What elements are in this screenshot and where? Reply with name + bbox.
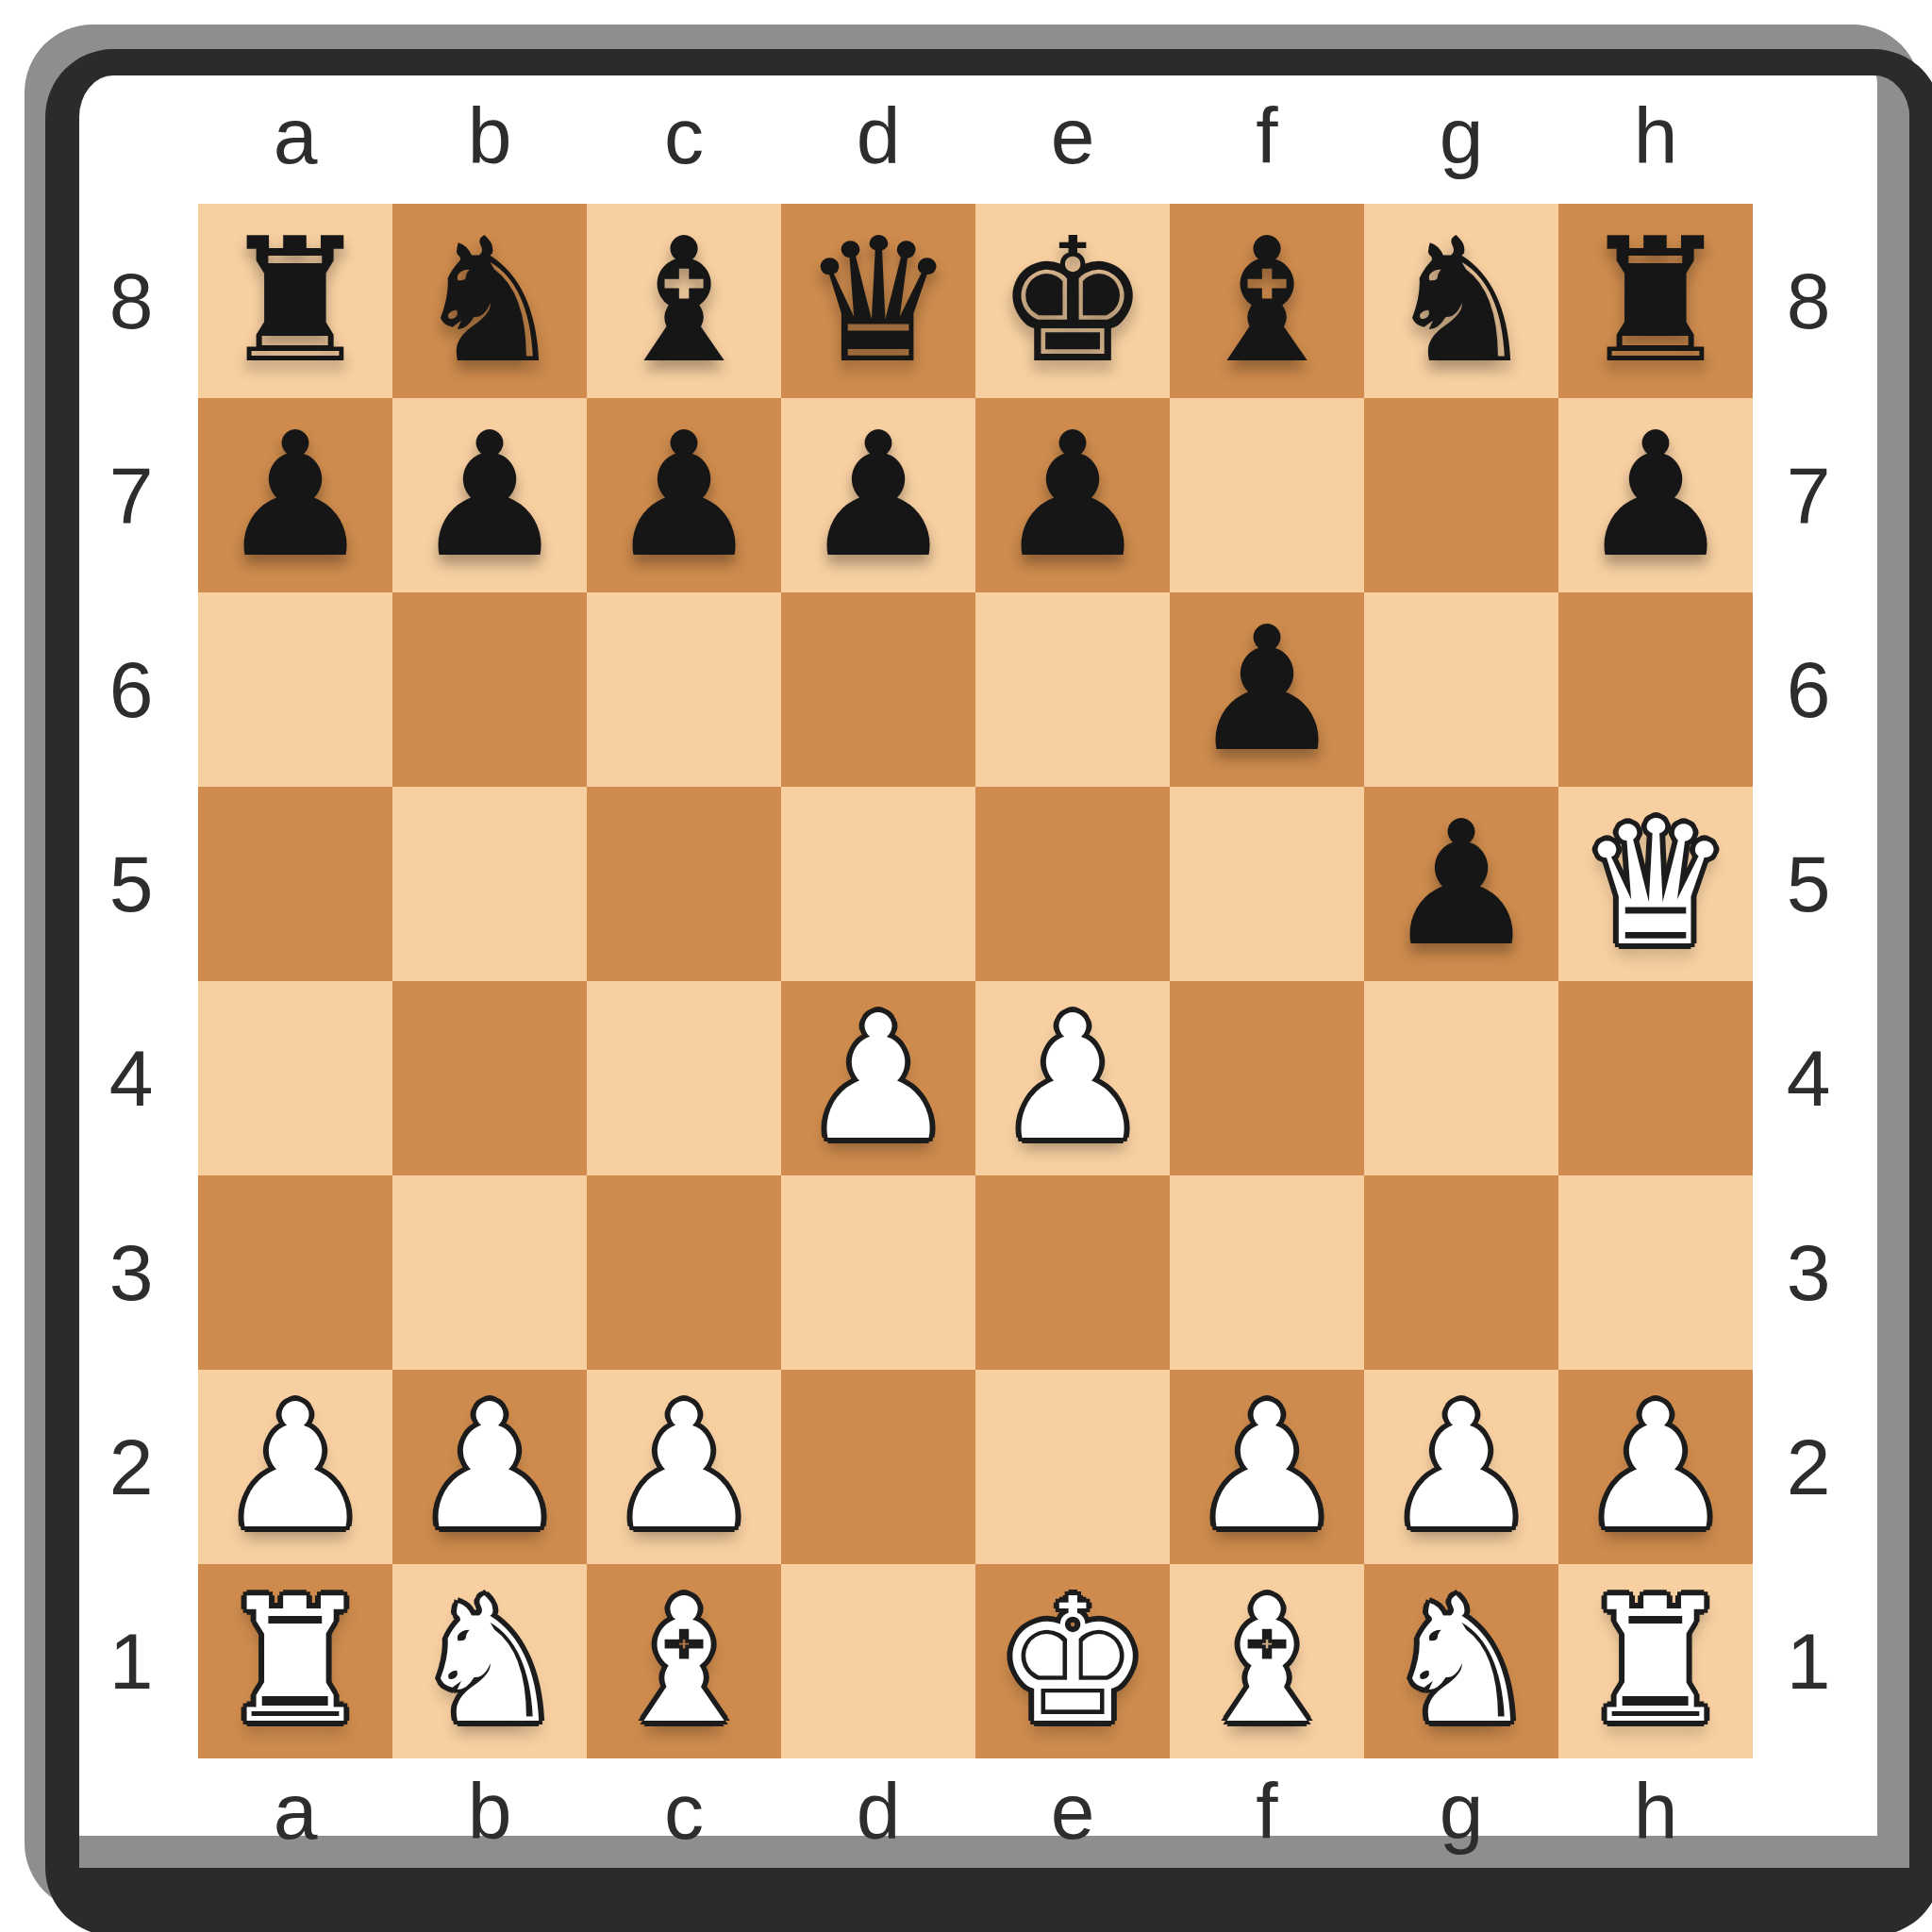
square-d6[interactable]: [781, 592, 975, 787]
file-label-c: c: [587, 1766, 781, 1857]
square-c8[interactable]: ♝: [587, 204, 781, 398]
square-a5[interactable]: [198, 787, 392, 981]
rank-label-3: 3: [79, 1175, 183, 1370]
square-e5[interactable]: [975, 787, 1170, 981]
piece-black-bishop[interactable]: ♝: [607, 215, 760, 387]
file-label-b: b: [392, 1766, 587, 1857]
rank-labels-right: 87654321: [1757, 204, 1860, 1758]
piece-black-pawn[interactable]: ♟: [1578, 409, 1732, 581]
square-f7[interactable]: [1170, 398, 1364, 592]
piece-white-king[interactable]: ♚: [995, 1575, 1149, 1747]
square-g6[interactable]: [1364, 592, 1558, 787]
square-d5[interactable]: [781, 787, 975, 981]
rank-label-7: 7: [79, 398, 183, 592]
rank-label-5: 5: [79, 787, 183, 981]
rank-label-7: 7: [1757, 398, 1860, 592]
piece-white-pawn[interactable]: ♟: [801, 992, 955, 1164]
square-d8[interactable]: ♛: [781, 204, 975, 398]
square-h6[interactable]: [1558, 592, 1753, 787]
piece-black-knight[interactable]: ♞: [412, 215, 566, 387]
square-f8[interactable]: ♝: [1170, 204, 1364, 398]
rank-label-6: 6: [1757, 592, 1860, 787]
square-e1[interactable]: ♚: [975, 1564, 1170, 1758]
file-label-e: e: [975, 91, 1170, 182]
square-a6[interactable]: [198, 592, 392, 787]
file-label-f: f: [1170, 91, 1364, 182]
piece-black-king[interactable]: ♚: [995, 215, 1149, 387]
piece-white-knight[interactable]: ♞: [412, 1575, 566, 1747]
square-g7[interactable]: [1364, 398, 1558, 592]
piece-white-pawn[interactable]: ♟: [412, 1381, 566, 1553]
square-b8[interactable]: ♞: [392, 204, 587, 398]
piece-black-pawn[interactable]: ♟: [218, 409, 372, 581]
rank-label-8: 8: [79, 204, 183, 398]
piece-black-queen[interactable]: ♛: [801, 215, 955, 387]
piece-white-knight[interactable]: ♞: [1384, 1575, 1538, 1747]
piece-black-pawn[interactable]: ♟: [801, 409, 955, 581]
square-g3[interactable]: [1364, 1175, 1558, 1370]
file-label-g: g: [1364, 1766, 1558, 1857]
piece-black-pawn[interactable]: ♟: [1384, 798, 1538, 970]
rank-label-8: 8: [1757, 204, 1860, 398]
piece-black-rook[interactable]: ♜: [218, 215, 372, 387]
square-f4[interactable]: [1170, 981, 1364, 1175]
square-f1[interactable]: ♝: [1170, 1564, 1364, 1758]
square-d1[interactable]: [781, 1564, 975, 1758]
square-h4[interactable]: [1558, 981, 1753, 1175]
square-c4[interactable]: [587, 981, 781, 1175]
piece-white-pawn[interactable]: ♟: [1384, 1381, 1538, 1553]
piece-black-knight[interactable]: ♞: [1384, 215, 1538, 387]
square-b1[interactable]: ♞: [392, 1564, 587, 1758]
square-b2[interactable]: ♟: [392, 1370, 587, 1564]
square-b4[interactable]: [392, 981, 587, 1175]
piece-white-rook[interactable]: ♜: [218, 1575, 372, 1747]
file-label-a: a: [198, 91, 392, 182]
piece-black-pawn[interactable]: ♟: [607, 409, 760, 581]
square-g1[interactable]: ♞: [1364, 1564, 1558, 1758]
square-e8[interactable]: ♚: [975, 204, 1170, 398]
square-f5[interactable]: [1170, 787, 1364, 981]
square-d2[interactable]: [781, 1370, 975, 1564]
square-g2[interactable]: ♟: [1364, 1370, 1558, 1564]
square-e6[interactable]: [975, 592, 1170, 787]
square-e7[interactable]: ♟: [975, 398, 1170, 592]
piece-white-pawn[interactable]: ♟: [607, 1381, 760, 1553]
piece-white-rook[interactable]: ♜: [1578, 1575, 1732, 1747]
square-a3[interactable]: [198, 1175, 392, 1370]
piece-white-queen[interactable]: ♛: [1578, 798, 1732, 970]
piece-white-pawn[interactable]: ♟: [1190, 1381, 1343, 1553]
square-d3[interactable]: [781, 1175, 975, 1370]
file-labels-bottom: abcdefgh: [198, 1766, 1753, 1857]
file-label-e: e: [975, 1766, 1170, 1857]
square-f6[interactable]: ♟: [1170, 592, 1364, 787]
square-c7[interactable]: ♟: [587, 398, 781, 592]
square-h3[interactable]: [1558, 1175, 1753, 1370]
square-b7[interactable]: ♟: [392, 398, 587, 592]
square-a7[interactable]: ♟: [198, 398, 392, 592]
rank-label-4: 4: [79, 981, 183, 1175]
rank-label-1: 1: [1757, 1564, 1860, 1758]
square-e2[interactable]: [975, 1370, 1170, 1564]
square-b3[interactable]: [392, 1175, 587, 1370]
rank-label-4: 4: [1757, 981, 1860, 1175]
square-d4[interactable]: ♟: [781, 981, 975, 1175]
rank-label-6: 6: [79, 592, 183, 787]
square-c2[interactable]: ♟: [587, 1370, 781, 1564]
square-h7[interactable]: ♟: [1558, 398, 1753, 592]
piece-black-pawn[interactable]: ♟: [412, 409, 566, 581]
square-g8[interactable]: ♞: [1364, 204, 1558, 398]
piece-white-pawn[interactable]: ♟: [218, 1381, 372, 1553]
rank-label-3: 3: [1757, 1175, 1860, 1370]
square-a2[interactable]: ♟: [198, 1370, 392, 1564]
square-c5[interactable]: [587, 787, 781, 981]
rank-labels-left: 87654321: [79, 204, 183, 1758]
square-h8[interactable]: ♜: [1558, 204, 1753, 398]
square-e4[interactable]: ♟: [975, 981, 1170, 1175]
file-label-g: g: [1364, 91, 1558, 182]
square-g5[interactable]: ♟: [1364, 787, 1558, 981]
square-h2[interactable]: ♟: [1558, 1370, 1753, 1564]
piece-black-pawn[interactable]: ♟: [1190, 604, 1343, 775]
square-b5[interactable]: [392, 787, 587, 981]
piece-white-bishop[interactable]: ♝: [607, 1575, 760, 1747]
square-g4[interactable]: [1364, 981, 1558, 1175]
file-label-d: d: [781, 1766, 975, 1857]
square-d7[interactable]: ♟: [781, 398, 975, 592]
rank-label-5: 5: [1757, 787, 1860, 981]
square-f3[interactable]: [1170, 1175, 1364, 1370]
square-c6[interactable]: [587, 592, 781, 787]
square-h1[interactable]: ♜: [1558, 1564, 1753, 1758]
square-a4[interactable]: [198, 981, 392, 1175]
square-f2[interactable]: ♟: [1170, 1370, 1364, 1564]
square-c1[interactable]: ♝: [587, 1564, 781, 1758]
file-label-b: b: [392, 91, 587, 182]
square-a8[interactable]: ♜: [198, 204, 392, 398]
rank-label-2: 2: [1757, 1370, 1860, 1564]
piece-white-pawn[interactable]: ♟: [1578, 1381, 1732, 1553]
rank-label-2: 2: [79, 1370, 183, 1564]
piece-white-bishop[interactable]: ♝: [1190, 1575, 1343, 1747]
file-label-a: a: [198, 1766, 392, 1857]
chess-board: ♜♞♝♛♚♝♞♜♟♟♟♟♟♟♟♟♛♟♟♟♟♟♟♟♟♜♞♝♚♝♞♜: [198, 204, 1753, 1758]
square-b6[interactable]: [392, 592, 587, 787]
square-e3[interactable]: [975, 1175, 1170, 1370]
file-label-h: h: [1558, 1766, 1753, 1857]
rank-label-1: 1: [79, 1564, 183, 1758]
piece-black-pawn[interactable]: ♟: [995, 409, 1149, 581]
piece-white-pawn[interactable]: ♟: [995, 992, 1149, 1164]
file-label-d: d: [781, 91, 975, 182]
file-labels-top: abcdefgh: [198, 91, 1753, 181]
file-label-f: f: [1170, 1766, 1364, 1857]
file-label-h: h: [1558, 91, 1753, 182]
square-c3[interactable]: [587, 1175, 781, 1370]
piece-black-rook[interactable]: ♜: [1578, 215, 1732, 387]
square-h5[interactable]: ♛: [1558, 787, 1753, 981]
piece-black-bishop[interactable]: ♝: [1190, 215, 1343, 387]
file-label-c: c: [587, 91, 781, 182]
square-a1[interactable]: ♜: [198, 1564, 392, 1758]
